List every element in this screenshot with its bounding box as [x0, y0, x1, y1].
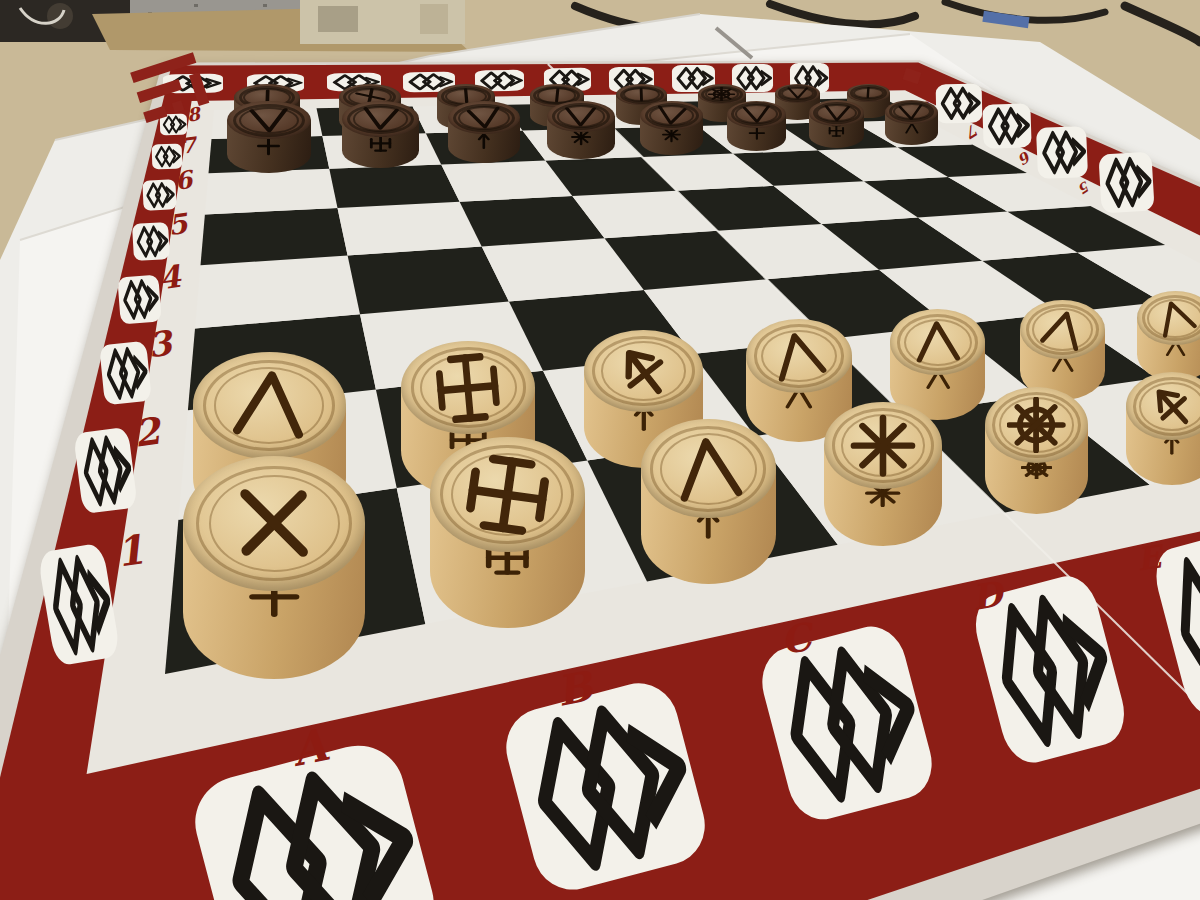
rune-chevron-icon: [1149, 293, 1200, 343]
piece-top: [227, 101, 310, 139]
piece-top: [1137, 291, 1200, 345]
rune-chevron-icon: [740, 103, 774, 124]
rune-crosspotent-icon: [431, 347, 505, 428]
piece-top: [640, 101, 703, 130]
rune-chevron-icon: [910, 317, 965, 368]
rune-chevron-icon: [463, 104, 506, 132]
piece-a7-dark-chevron[interactable]: [227, 101, 310, 176]
rune-star-icon: [850, 414, 916, 477]
rune-cross-icon: [203, 453, 344, 594]
piece-top: [847, 84, 890, 102]
piece-e7-dark-chevron[interactable]: [640, 101, 703, 159]
piece-top: [824, 402, 942, 489]
pieces-layer: [0, 0, 1200, 900]
piece-b1-light-crosspotent[interactable]: [430, 437, 586, 632]
rune-wheel-icon: [1007, 397, 1065, 453]
piece-f1-light-arrowcross[interactable]: [1126, 372, 1200, 489]
piece-d1-light-star[interactable]: [824, 402, 942, 550]
piece-top: [809, 100, 865, 126]
piece-top: [885, 100, 938, 124]
piece-c1-light-chevron[interactable]: [641, 419, 776, 588]
rune-arrowcross-icon: [1136, 371, 1200, 442]
rune-chevron-icon: [764, 324, 833, 389]
piece-top: [746, 319, 852, 392]
piece-top: [985, 387, 1089, 464]
piece-top: [401, 341, 535, 434]
rune-stroke-icon: [856, 86, 881, 101]
rune-chevron-icon: [785, 87, 811, 101]
piece-top: [890, 309, 985, 375]
rune-chevron-icon: [667, 429, 750, 509]
piece-top: [641, 419, 776, 519]
piece-d7-dark-chevron[interactable]: [547, 101, 614, 163]
piece-top: [183, 456, 365, 590]
piece-top: [547, 101, 614, 132]
piece-top: [430, 437, 586, 552]
rune-chevron-icon: [245, 106, 293, 135]
piece-top: [448, 101, 520, 134]
rune-chevron-icon: [562, 105, 600, 127]
rune-chevron-icon: [653, 103, 690, 128]
rune-arrowcross-icon: [599, 327, 688, 415]
rune-chevron-icon: [821, 103, 853, 123]
piece-f7-dark-chevron[interactable]: [727, 101, 786, 156]
rune-chevron-icon: [1034, 303, 1091, 356]
piece-top: [342, 101, 419, 136]
piece-b7-dark-chevron[interactable]: [342, 101, 419, 171]
rune-chevron-icon: [896, 102, 927, 121]
piece-top: [584, 330, 703, 412]
piece-e1-light-wheel[interactable]: [985, 387, 1089, 518]
rune-crosspotent-icon: [458, 447, 556, 542]
piece-a1-light-cross[interactable]: [183, 456, 365, 683]
piece-c7-dark-chevron[interactable]: [448, 101, 520, 167]
photo-stage: 12345678ABCDEFGH8765: [0, 0, 1200, 900]
piece-h7-dark-chevron[interactable]: [885, 100, 938, 149]
piece-top: [727, 101, 786, 128]
piece-top: [1020, 300, 1105, 359]
piece-top: [1126, 372, 1200, 440]
piece-g7-dark-chevron[interactable]: [809, 100, 865, 152]
rune-wheel-icon: [708, 87, 735, 101]
rune-chevron-icon: [358, 105, 403, 133]
